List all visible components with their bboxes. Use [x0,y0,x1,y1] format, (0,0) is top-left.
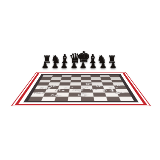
chess-board: ♖♙♗♙♘♕♙♔♗♙♖♘♙♙♗♙ [11,72,151,106]
black-pawn-e7: ♟ [79,62,86,70]
black-bishop-f8: ♝ [88,53,99,65]
black-pawn-b7: ♟ [51,62,58,70]
black-pawn-h7: ♟ [109,62,116,70]
black-pawn-d7: ♟ [70,62,77,70]
white-pawn-lying: ♙ [85,83,95,85]
black-pawn-g7: ♟ [99,62,106,70]
white-king-lying: ♔ [76,93,90,97]
product-photo-chess-set: ♖♙♗♙♘♕♙♔♗♙♖♘♙♙♗♙ ♜♞♝♛♚♝♞♜♟♟♟♟♟♟♟♟ [0,0,160,160]
white-pawn-lying: ♙ [49,84,61,87]
white-bishop-lying: ♗ [87,87,101,91]
black-king-e8: ♚ [77,50,90,65]
black-queen-d8: ♛ [69,52,81,66]
black-rook-a8: ♜ [43,55,52,65]
black-knight-g8: ♞ [97,54,107,65]
white-pawn-lying: ♙ [114,84,125,87]
black-rook-h8: ♜ [108,55,117,65]
black-pawn-c7: ♟ [60,62,67,70]
black-bishop-c8: ♝ [60,53,71,65]
white-bishop-lying: ♗ [47,93,63,97]
black-pawn-a7: ♟ [41,62,48,70]
black-pawn-f7: ♟ [89,62,96,70]
white-pieces-layer: ♖♙♗♙♘♕♙♔♗♙♖♘♙♙♗♙ [28,75,134,101]
black-knight-b8: ♞ [51,54,61,65]
white-bishop-lying: ♗ [32,91,48,95]
white-pawn-lying: ♙ [115,91,127,95]
